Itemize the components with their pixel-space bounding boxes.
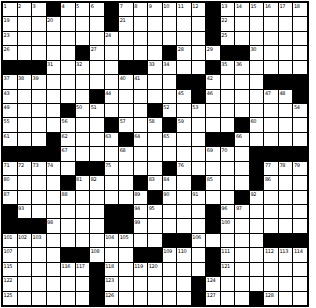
cell[interactable]: 127 — [206, 292, 220, 305]
cell[interactable] — [32, 191, 46, 204]
cell[interactable]: 36 — [235, 61, 249, 74]
cell[interactable] — [105, 104, 119, 117]
cell[interactable] — [221, 176, 235, 189]
cell[interactable] — [18, 248, 32, 261]
cell[interactable]: 58 — [148, 118, 162, 131]
cell[interactable]: 91 — [192, 191, 206, 204]
cell[interactable] — [293, 176, 307, 189]
cell[interactable] — [105, 61, 119, 74]
cell[interactable] — [192, 263, 206, 276]
cell[interactable]: 83 — [148, 176, 162, 189]
cell[interactable] — [293, 277, 307, 290]
cell[interactable]: 35 — [221, 61, 235, 74]
cell[interactable] — [119, 277, 133, 290]
cell[interactable] — [279, 32, 293, 45]
cell[interactable] — [32, 133, 46, 146]
cell[interactable] — [134, 104, 148, 117]
cell[interactable]: 98 — [47, 219, 61, 232]
cell[interactable] — [47, 75, 61, 88]
cell[interactable] — [18, 118, 32, 131]
cell[interactable] — [32, 292, 46, 305]
cell[interactable] — [279, 61, 293, 74]
cell[interactable] — [177, 61, 191, 74]
cell[interactable] — [163, 90, 177, 103]
cell[interactable] — [192, 162, 206, 175]
cell[interactable] — [148, 147, 162, 160]
cell[interactable] — [148, 277, 162, 290]
cell[interactable] — [119, 162, 133, 175]
cell[interactable] — [32, 263, 46, 276]
cell[interactable]: 67 — [61, 147, 75, 160]
cell[interactable] — [47, 292, 61, 305]
cell[interactable] — [235, 162, 249, 175]
cell[interactable] — [18, 104, 32, 117]
cell[interactable]: 120 — [148, 263, 162, 276]
cell[interactable] — [250, 104, 264, 117]
cell[interactable] — [105, 46, 119, 59]
cell[interactable]: 12 — [192, 3, 206, 16]
cell[interactable]: 25 — [221, 32, 235, 45]
cell[interactable] — [177, 263, 191, 276]
cell[interactable] — [235, 234, 249, 247]
cell[interactable] — [76, 90, 90, 103]
cell[interactable]: 48 — [279, 90, 293, 103]
cell[interactable] — [206, 162, 220, 175]
cell[interactable] — [32, 90, 46, 103]
cell[interactable] — [105, 176, 119, 189]
cell[interactable]: 111 — [221, 248, 235, 261]
cell[interactable]: 29 — [206, 46, 220, 59]
cell[interactable] — [47, 32, 61, 45]
cell[interactable] — [18, 17, 32, 30]
cell[interactable] — [90, 147, 104, 160]
cell[interactable]: 3 — [32, 3, 46, 16]
cell[interactable] — [250, 61, 264, 74]
cell[interactable] — [90, 17, 104, 30]
cell[interactable]: 10 — [163, 3, 177, 16]
cell[interactable]: 105 — [119, 234, 133, 247]
cell[interactable]: 49 — [3, 104, 17, 117]
cell[interactable]: 23 — [3, 32, 17, 45]
cell[interactable]: 46 — [206, 90, 220, 103]
cell[interactable] — [90, 61, 104, 74]
cell[interactable] — [61, 46, 75, 59]
cell[interactable] — [264, 133, 278, 146]
cell[interactable] — [134, 147, 148, 160]
cell[interactable] — [293, 263, 307, 276]
cell[interactable] — [250, 234, 264, 247]
cell[interactable] — [264, 118, 278, 131]
cell[interactable]: 93 — [18, 205, 32, 218]
cell[interactable] — [76, 234, 90, 247]
cell[interactable] — [163, 219, 177, 232]
cell[interactable]: 62 — [61, 133, 75, 146]
cell[interactable] — [32, 46, 46, 59]
cell[interactable]: 69 — [206, 147, 220, 160]
cell[interactable]: 71 — [3, 162, 17, 175]
cell[interactable] — [235, 263, 249, 276]
cell[interactable] — [192, 133, 206, 146]
cell[interactable] — [90, 133, 104, 146]
cell[interactable]: 80 — [3, 176, 17, 189]
cell[interactable]: 123 — [105, 277, 119, 290]
cell[interactable]: 59 — [177, 118, 191, 131]
cell[interactable] — [264, 104, 278, 117]
cell[interactable]: 57 — [119, 118, 133, 131]
cell[interactable] — [250, 17, 264, 30]
cell[interactable] — [235, 277, 249, 290]
cell[interactable] — [76, 292, 90, 305]
cell[interactable] — [279, 205, 293, 218]
cell[interactable]: 31 — [47, 61, 61, 74]
cell[interactable]: 55 — [3, 118, 17, 131]
cell[interactable]: 96 — [221, 205, 235, 218]
cell[interactable] — [148, 162, 162, 175]
cell[interactable]: 114 — [293, 248, 307, 261]
cell[interactable] — [177, 191, 191, 204]
cell[interactable] — [279, 219, 293, 232]
cell[interactable] — [192, 219, 206, 232]
cell[interactable]: 89 — [134, 191, 148, 204]
cell[interactable]: 124 — [206, 277, 220, 290]
cell[interactable] — [177, 104, 191, 117]
cell[interactable] — [47, 176, 61, 189]
cell[interactable] — [206, 234, 220, 247]
cell[interactable]: 84 — [163, 176, 177, 189]
cell[interactable] — [163, 17, 177, 30]
cell[interactable] — [148, 75, 162, 88]
cell[interactable] — [264, 277, 278, 290]
cell[interactable] — [250, 248, 264, 261]
cell[interactable]: 92 — [250, 191, 264, 204]
cell[interactable]: 128 — [264, 292, 278, 305]
cell[interactable] — [221, 292, 235, 305]
cell[interactable]: 106 — [192, 234, 206, 247]
cell[interactable] — [148, 292, 162, 305]
cell[interactable] — [279, 176, 293, 189]
cell[interactable]: 11 — [177, 3, 191, 16]
cell[interactable] — [250, 133, 264, 146]
cell[interactable]: 60 — [250, 118, 264, 131]
cell[interactable] — [134, 118, 148, 131]
cell[interactable] — [235, 176, 249, 189]
cell[interactable]: 13 — [221, 3, 235, 16]
cell[interactable] — [293, 17, 307, 30]
cell[interactable] — [18, 277, 32, 290]
cell[interactable]: 17 — [279, 3, 293, 16]
cell[interactable]: 53 — [192, 104, 206, 117]
cell[interactable] — [90, 219, 104, 232]
cell[interactable]: 115 — [3, 263, 17, 276]
cell[interactable]: 65 — [163, 133, 177, 146]
cell[interactable] — [279, 277, 293, 290]
cell[interactable]: 44 — [105, 90, 119, 103]
cell[interactable] — [61, 219, 75, 232]
cell[interactable]: 22 — [221, 17, 235, 30]
cell[interactable] — [105, 191, 119, 204]
cell[interactable]: 51 — [90, 104, 104, 117]
cell[interactable] — [134, 292, 148, 305]
cell[interactable] — [250, 263, 264, 276]
cell[interactable]: 64 — [134, 133, 148, 146]
cell[interactable]: 119 — [134, 263, 148, 276]
cell[interactable] — [32, 277, 46, 290]
cell[interactable]: 28 — [177, 46, 191, 59]
cell[interactable]: 102 — [18, 234, 32, 247]
cell[interactable] — [47, 90, 61, 103]
cell[interactable] — [177, 205, 191, 218]
cell[interactable]: 97 — [235, 205, 249, 218]
cell[interactable] — [264, 191, 278, 204]
cell[interactable] — [61, 205, 75, 218]
cell[interactable] — [119, 90, 133, 103]
cell[interactable] — [264, 61, 278, 74]
cell[interactable] — [18, 292, 32, 305]
cell[interactable]: 95 — [148, 205, 162, 218]
cell[interactable] — [279, 263, 293, 276]
cell[interactable] — [47, 46, 61, 59]
cell[interactable]: 85 — [206, 176, 220, 189]
cell[interactable] — [264, 32, 278, 45]
cell[interactable] — [279, 104, 293, 117]
cell[interactable] — [279, 17, 293, 30]
cell[interactable]: 81 — [76, 176, 90, 189]
cell[interactable] — [192, 46, 206, 59]
cell[interactable] — [90, 118, 104, 131]
cell[interactable] — [192, 61, 206, 74]
cell[interactable] — [177, 277, 191, 290]
cell[interactable]: 72 — [18, 162, 32, 175]
cell[interactable] — [47, 263, 61, 276]
cell[interactable] — [47, 205, 61, 218]
cell[interactable] — [264, 263, 278, 276]
cell[interactable] — [76, 205, 90, 218]
cell[interactable] — [192, 248, 206, 261]
cell[interactable] — [134, 162, 148, 175]
cell[interactable] — [90, 205, 104, 218]
cell[interactable]: 21 — [119, 17, 133, 30]
cell[interactable] — [61, 292, 75, 305]
cell[interactable] — [221, 191, 235, 204]
cell[interactable] — [105, 248, 119, 261]
cell[interactable] — [47, 104, 61, 117]
cell[interactable] — [293, 61, 307, 74]
cell[interactable] — [61, 162, 75, 175]
cell[interactable]: 86 — [264, 176, 278, 189]
cell[interactable]: 77 — [264, 162, 278, 175]
cell[interactable]: 103 — [32, 234, 46, 247]
cell[interactable] — [148, 219, 162, 232]
cell[interactable]: 39 — [32, 75, 46, 88]
cell[interactable]: 66 — [235, 133, 249, 146]
cell[interactable] — [90, 75, 104, 88]
cell[interactable] — [192, 205, 206, 218]
cell[interactable]: 63 — [105, 133, 119, 146]
cell[interactable] — [32, 205, 46, 218]
cell[interactable] — [61, 17, 75, 30]
cell[interactable] — [163, 147, 177, 160]
cell[interactable] — [250, 219, 264, 232]
cell[interactable] — [61, 277, 75, 290]
cell[interactable] — [119, 176, 133, 189]
cell[interactable]: 70 — [221, 147, 235, 160]
cell[interactable] — [264, 219, 278, 232]
cell[interactable] — [134, 17, 148, 30]
cell[interactable]: 26 — [3, 46, 17, 59]
cell[interactable] — [250, 277, 264, 290]
cell[interactable] — [47, 248, 61, 261]
cell[interactable]: 73 — [32, 162, 46, 175]
cell[interactable]: 126 — [105, 292, 119, 305]
cell[interactable] — [177, 17, 191, 30]
cell[interactable]: 82 — [90, 176, 104, 189]
cell[interactable]: 121 — [221, 263, 235, 276]
cell[interactable]: 52 — [163, 104, 177, 117]
cell[interactable] — [235, 90, 249, 103]
cell[interactable] — [235, 219, 249, 232]
cell[interactable] — [293, 118, 307, 131]
cell[interactable] — [177, 176, 191, 189]
cell[interactable] — [76, 191, 90, 204]
cell[interactable] — [221, 75, 235, 88]
cell[interactable] — [32, 118, 46, 131]
cell[interactable]: 9 — [148, 3, 162, 16]
cell[interactable]: 74 — [47, 162, 61, 175]
cell[interactable]: 7 — [119, 3, 133, 16]
cell[interactable]: 42 — [206, 75, 220, 88]
cell[interactable]: 27 — [90, 46, 104, 59]
cell[interactable] — [163, 205, 177, 218]
cell[interactable] — [221, 234, 235, 247]
cell[interactable]: 87 — [3, 191, 17, 204]
cell[interactable]: 24 — [105, 32, 119, 45]
cell[interactable] — [163, 263, 177, 276]
cell[interactable] — [119, 46, 133, 59]
cell[interactable]: 109 — [163, 248, 177, 261]
cell[interactable] — [279, 292, 293, 305]
cell[interactable]: 94 — [134, 205, 148, 218]
cell[interactable] — [76, 147, 90, 160]
cell[interactable]: 33 — [148, 61, 162, 74]
cell[interactable] — [235, 147, 249, 160]
cell[interactable] — [293, 205, 307, 218]
cell[interactable] — [163, 277, 177, 290]
cell[interactable] — [163, 75, 177, 88]
cell[interactable]: 113 — [279, 248, 293, 261]
cell[interactable] — [293, 32, 307, 45]
cell[interactable]: 125 — [3, 292, 17, 305]
cell[interactable] — [293, 133, 307, 146]
cell[interactable]: 2 — [18, 3, 32, 16]
cell[interactable] — [235, 32, 249, 45]
cell[interactable] — [119, 248, 133, 261]
cell[interactable] — [76, 118, 90, 131]
cell[interactable]: 90 — [163, 191, 177, 204]
cell[interactable] — [18, 90, 32, 103]
cell[interactable] — [32, 104, 46, 117]
cell[interactable] — [76, 17, 90, 30]
cell[interactable]: 16 — [264, 3, 278, 16]
cell[interactable]: 20 — [47, 17, 61, 30]
cell[interactable] — [32, 248, 46, 261]
cell[interactable] — [293, 46, 307, 59]
cell[interactable]: 118 — [105, 263, 119, 276]
cell[interactable]: 75 — [105, 162, 119, 175]
cell[interactable] — [148, 90, 162, 103]
cell[interactable] — [76, 277, 90, 290]
cell[interactable]: 18 — [293, 3, 307, 16]
cell[interactable] — [61, 234, 75, 247]
cell[interactable] — [279, 118, 293, 131]
cell[interactable]: 108 — [90, 248, 104, 261]
cell[interactable]: 14 — [235, 3, 249, 16]
cell[interactable] — [221, 162, 235, 175]
cell[interactable]: 110 — [177, 248, 191, 261]
cell[interactable] — [221, 277, 235, 290]
cell[interactable]: 38 — [18, 75, 32, 88]
cell[interactable] — [163, 32, 177, 45]
cell[interactable] — [293, 292, 307, 305]
cell[interactable] — [119, 292, 133, 305]
cell[interactable] — [206, 104, 220, 117]
cell[interactable]: 43 — [3, 90, 17, 103]
cell[interactable] — [235, 104, 249, 117]
cell[interactable] — [177, 32, 191, 45]
cell[interactable] — [235, 75, 249, 88]
cell[interactable]: 45 — [177, 90, 191, 103]
cell[interactable] — [76, 32, 90, 45]
cell[interactable] — [90, 191, 104, 204]
cell[interactable] — [293, 219, 307, 232]
cell[interactable]: 8 — [134, 3, 148, 16]
cell[interactable]: 79 — [293, 162, 307, 175]
cell[interactable] — [235, 248, 249, 261]
cell[interactable] — [61, 61, 75, 74]
cell[interactable]: 37 — [3, 75, 17, 88]
cell[interactable] — [177, 292, 191, 305]
cell[interactable]: 30 — [250, 46, 264, 59]
cell[interactable] — [61, 75, 75, 88]
cell[interactable] — [61, 32, 75, 45]
cell[interactable]: 32 — [76, 61, 90, 74]
cell[interactable]: 40 — [119, 75, 133, 88]
cell[interactable] — [18, 133, 32, 146]
cell[interactable] — [177, 133, 191, 146]
cell[interactable] — [192, 17, 206, 30]
cell[interactable]: 4 — [61, 3, 75, 16]
cell[interactable] — [235, 17, 249, 30]
cell[interactable]: 61 — [3, 133, 17, 146]
cell[interactable]: 99 — [134, 219, 148, 232]
cell[interactable] — [76, 75, 90, 88]
cell[interactable] — [134, 277, 148, 290]
cell[interactable] — [148, 17, 162, 30]
cell[interactable]: 78 — [279, 162, 293, 175]
cell[interactable] — [105, 75, 119, 88]
cell[interactable] — [250, 90, 264, 103]
cell[interactable]: 54 — [293, 104, 307, 117]
cell[interactable] — [264, 46, 278, 59]
cell[interactable] — [119, 32, 133, 45]
cell[interactable] — [119, 104, 133, 117]
cell[interactable] — [250, 205, 264, 218]
cell[interactable]: 5 — [76, 3, 90, 16]
cell[interactable] — [264, 205, 278, 218]
cell[interactable]: 41 — [134, 75, 148, 88]
cell[interactable] — [148, 234, 162, 247]
cell[interactable]: 76 — [177, 162, 191, 175]
cell[interactable] — [177, 219, 191, 232]
